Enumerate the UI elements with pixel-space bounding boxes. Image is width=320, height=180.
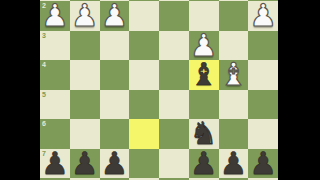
black-pawn[interactable]: ♟ — [219, 149, 249, 179]
square-g7[interactable]: ♟ — [70, 149, 100, 179]
square-f7[interactable]: ♟ — [100, 149, 130, 179]
square-g3[interactable] — [70, 31, 100, 61]
rank-label-3: 3 — [42, 31, 46, 40]
square-f3[interactable] — [100, 31, 130, 61]
rank-label-8: 8 — [42, 178, 46, 180]
square-a4[interactable] — [248, 60, 278, 90]
black-pawn[interactable]: ♟ — [248, 149, 278, 179]
square-e7[interactable] — [129, 149, 159, 179]
white-pawn[interactable]: ♟ — [70, 1, 100, 31]
white-pawn[interactable]: ♟ — [248, 1, 278, 31]
square-h8[interactable]: 8 — [40, 178, 70, 180]
square-a5[interactable] — [248, 90, 278, 120]
square-c7[interactable]: ♟ — [189, 149, 219, 179]
square-a8[interactable] — [248, 178, 278, 180]
black-pawn[interactable]: ♟ — [70, 149, 100, 179]
square-b4[interactable]: ♝ — [219, 60, 249, 90]
rank-label-5: 5 — [42, 90, 46, 99]
square-b7[interactable]: ♟ — [219, 149, 249, 179]
square-h2[interactable]: 2♟ — [40, 1, 70, 31]
square-e5[interactable] — [129, 90, 159, 120]
square-f8[interactable] — [100, 178, 130, 180]
white-bishop[interactable]: ♝ — [219, 60, 249, 90]
letterbox-right — [278, 0, 320, 180]
square-b8[interactable] — [219, 178, 249, 180]
white-pawn[interactable]: ♟ — [100, 1, 130, 31]
white-pawn[interactable]: ♟ — [40, 1, 70, 31]
square-d7[interactable] — [159, 149, 189, 179]
letterbox-left — [0, 0, 40, 180]
black-bishop[interactable]: ♝ — [189, 60, 219, 90]
black-pawn[interactable]: ♟ — [40, 149, 70, 179]
square-e3[interactable] — [129, 31, 159, 61]
square-d2[interactable] — [159, 1, 189, 31]
square-d4[interactable] — [159, 60, 189, 90]
square-c8[interactable] — [189, 178, 219, 180]
square-e4[interactable] — [129, 60, 159, 90]
square-b2[interactable] — [219, 1, 249, 31]
square-h7[interactable]: 7♟ — [40, 149, 70, 179]
square-h5[interactable]: 5 — [40, 90, 70, 120]
square-e2[interactable] — [129, 1, 159, 31]
black-pawn[interactable]: ♟ — [189, 149, 219, 179]
chess-board[interactable]: 12♟♟♟♟3♟4♝♝56♞7♟♟♟♟♟♟8 — [40, 0, 278, 180]
square-b5[interactable] — [219, 90, 249, 120]
square-d6[interactable] — [159, 119, 189, 149]
square-d8[interactable] — [159, 178, 189, 180]
rank-label-4: 4 — [42, 60, 46, 69]
square-e8[interactable] — [129, 178, 159, 180]
rank-label-6: 6 — [42, 119, 46, 128]
square-a3[interactable] — [248, 31, 278, 61]
square-a2[interactable]: ♟ — [248, 1, 278, 31]
square-e6[interactable] — [129, 119, 159, 149]
square-a7[interactable]: ♟ — [248, 149, 278, 179]
square-h3[interactable]: 3 — [40, 31, 70, 61]
chess-screenshot: 12♟♟♟♟3♟4♝♝56♞7♟♟♟♟♟♟8 — [0, 0, 320, 180]
square-d5[interactable] — [159, 90, 189, 120]
square-f2[interactable]: ♟ — [100, 1, 130, 31]
square-h4[interactable]: 4 — [40, 60, 70, 90]
black-pawn[interactable]: ♟ — [100, 149, 130, 179]
square-g2[interactable]: ♟ — [70, 1, 100, 31]
square-f4[interactable] — [100, 60, 130, 90]
square-g5[interactable] — [70, 90, 100, 120]
square-f5[interactable] — [100, 90, 130, 120]
square-g4[interactable] — [70, 60, 100, 90]
square-c4[interactable]: ♝ — [189, 60, 219, 90]
square-d3[interactable] — [159, 31, 189, 61]
square-g8[interactable] — [70, 178, 100, 180]
